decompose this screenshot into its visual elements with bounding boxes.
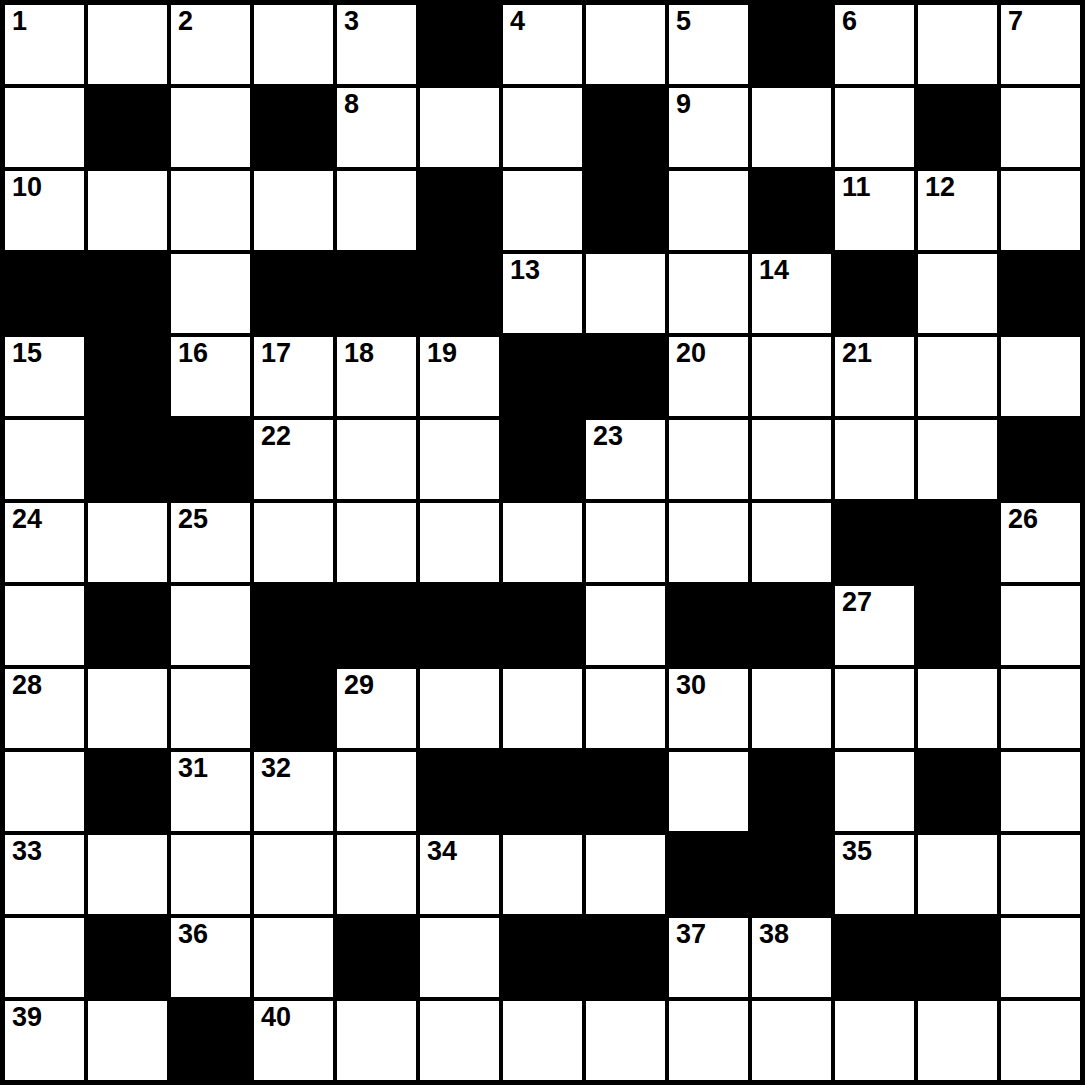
white-cell-r3c7[interactable] — [503, 171, 582, 250]
black-cell-r4c11 — [835, 254, 914, 333]
white-cell-r2c6[interactable] — [420, 88, 499, 167]
white-cell-r9c12[interactable] — [918, 669, 997, 748]
clue-number-28: 28 — [12, 672, 42, 699]
black-cell-r8c10 — [752, 586, 831, 665]
black-cell-r3c8 — [586, 171, 665, 250]
white-cell-r7c7[interactable] — [503, 503, 582, 582]
white-cell-r3c5[interactable] — [337, 171, 416, 250]
black-cell-r11c10 — [752, 835, 831, 914]
black-cell-r7c12 — [918, 503, 997, 582]
white-cell-r2c10[interactable] — [752, 88, 831, 167]
white-cell-r1c11[interactable]: 6 — [835, 5, 914, 84]
white-cell-r6c6[interactable] — [420, 420, 499, 499]
white-cell-r1c8[interactable] — [586, 5, 665, 84]
white-cell-r4c12[interactable] — [918, 254, 997, 333]
clue-number-3: 3 — [344, 8, 359, 35]
white-cell-r5c13[interactable] — [1001, 337, 1080, 416]
black-cell-r10c2 — [88, 752, 167, 831]
white-cell-r6c5[interactable] — [337, 420, 416, 499]
black-cell-r3c10 — [752, 171, 831, 250]
white-cell-r13c9[interactable] — [669, 1001, 748, 1080]
white-cell-r9c8[interactable] — [586, 669, 665, 748]
black-cell-r4c5 — [337, 254, 416, 333]
black-cell-r13c3 — [171, 1001, 250, 1080]
white-cell-r13c11[interactable] — [835, 1001, 914, 1080]
white-cell-r3c4[interactable] — [254, 171, 333, 250]
white-cell-r11c7[interactable] — [503, 835, 582, 914]
white-cell-r13c4[interactable]: 40 — [254, 1001, 333, 1080]
white-cell-r8c1[interactable] — [5, 586, 84, 665]
white-cell-r3c1[interactable]: 10 — [5, 171, 84, 250]
white-cell-r11c12[interactable] — [918, 835, 997, 914]
clue-number-37: 37 — [676, 921, 706, 948]
black-cell-r8c6 — [420, 586, 499, 665]
clue-number-25: 25 — [178, 506, 208, 533]
black-cell-r8c12 — [918, 586, 997, 665]
white-cell-r4c7[interactable]: 13 — [503, 254, 582, 333]
white-cell-r8c8[interactable] — [586, 586, 665, 665]
clue-number-20: 20 — [676, 340, 706, 367]
clue-number-29: 29 — [344, 672, 374, 699]
black-cell-r5c7 — [503, 337, 582, 416]
white-cell-r8c13[interactable] — [1001, 586, 1080, 665]
black-cell-r5c2 — [88, 337, 167, 416]
clue-number-21: 21 — [842, 340, 872, 367]
white-cell-r5c6[interactable]: 19 — [420, 337, 499, 416]
black-cell-r6c13 — [1001, 420, 1080, 499]
white-cell-r10c3[interactable]: 31 — [171, 752, 250, 831]
clue-number-10: 10 — [12, 174, 42, 201]
clue-number-39: 39 — [12, 1004, 42, 1031]
black-cell-r4c13 — [1001, 254, 1080, 333]
white-cell-r9c2[interactable] — [88, 669, 167, 748]
black-cell-r7c11 — [835, 503, 914, 582]
black-cell-r12c11 — [835, 918, 914, 997]
clue-number-22: 22 — [261, 423, 291, 450]
white-cell-r6c8[interactable]: 23 — [586, 420, 665, 499]
white-cell-r6c10[interactable] — [752, 420, 831, 499]
black-cell-r8c5 — [337, 586, 416, 665]
clue-number-15: 15 — [12, 340, 42, 367]
clue-number-5: 5 — [676, 8, 691, 35]
clue-number-23: 23 — [593, 423, 623, 450]
clue-number-8: 8 — [344, 91, 359, 118]
white-cell-r13c6[interactable] — [420, 1001, 499, 1080]
white-cell-r1c2[interactable] — [88, 5, 167, 84]
clue-number-1: 1 — [12, 8, 27, 35]
black-cell-r3c6 — [420, 171, 499, 250]
clue-number-38: 38 — [759, 921, 789, 948]
clue-number-14: 14 — [759, 257, 789, 284]
black-cell-r2c12 — [918, 88, 997, 167]
white-cell-r4c10[interactable]: 14 — [752, 254, 831, 333]
white-cell-r7c5[interactable] — [337, 503, 416, 582]
white-cell-r11c6[interactable]: 34 — [420, 835, 499, 914]
white-cell-r5c12[interactable] — [918, 337, 997, 416]
clue-number-27: 27 — [842, 589, 872, 616]
white-cell-r13c7[interactable] — [503, 1001, 582, 1080]
white-cell-r8c3[interactable] — [171, 586, 250, 665]
white-cell-r7c8[interactable] — [586, 503, 665, 582]
white-cell-r1c1[interactable]: 1 — [5, 5, 84, 84]
black-cell-r5c8 — [586, 337, 665, 416]
white-cell-r12c1[interactable] — [5, 918, 84, 997]
white-cell-r7c4[interactable] — [254, 503, 333, 582]
black-cell-r6c2 — [88, 420, 167, 499]
black-cell-r2c8 — [586, 88, 665, 167]
white-cell-r1c12[interactable] — [918, 5, 997, 84]
black-cell-r4c6 — [420, 254, 499, 333]
white-cell-r5c9[interactable]: 20 — [669, 337, 748, 416]
clue-number-36: 36 — [178, 921, 208, 948]
white-cell-r11c2[interactable] — [88, 835, 167, 914]
clue-number-6: 6 — [842, 8, 857, 35]
clue-number-26: 26 — [1008, 506, 1038, 533]
white-cell-r5c10[interactable] — [752, 337, 831, 416]
white-cell-r13c8[interactable] — [586, 1001, 665, 1080]
black-cell-r10c10 — [752, 752, 831, 831]
white-cell-r11c4[interactable] — [254, 835, 333, 914]
black-cell-r12c2 — [88, 918, 167, 997]
white-cell-r9c11[interactable] — [835, 669, 914, 748]
clue-number-7: 7 — [1008, 8, 1023, 35]
white-cell-r12c4[interactable] — [254, 918, 333, 997]
clue-number-13: 13 — [510, 257, 540, 284]
white-cell-r3c11[interactable]: 11 — [835, 171, 914, 250]
black-cell-r1c10 — [752, 5, 831, 84]
white-cell-r2c5[interactable]: 8 — [337, 88, 416, 167]
white-cell-r11c11[interactable]: 35 — [835, 835, 914, 914]
white-cell-r12c3[interactable]: 36 — [171, 918, 250, 997]
black-cell-r10c8 — [586, 752, 665, 831]
white-cell-r1c13[interactable]: 7 — [1001, 5, 1080, 84]
white-cell-r8c11[interactable]: 27 — [835, 586, 914, 665]
white-cell-r9c9[interactable]: 30 — [669, 669, 748, 748]
white-cell-r7c1[interactable]: 24 — [5, 503, 84, 582]
clue-number-18: 18 — [344, 340, 374, 367]
white-cell-r12c10[interactable]: 38 — [752, 918, 831, 997]
crossword-grid: 1234567891011121314151617181920212223242… — [0, 0, 1085, 1085]
white-cell-r11c5[interactable] — [337, 835, 416, 914]
clue-number-9: 9 — [676, 91, 691, 118]
white-cell-r5c3[interactable]: 16 — [171, 337, 250, 416]
clue-number-32: 32 — [261, 755, 291, 782]
white-cell-r13c12[interactable] — [918, 1001, 997, 1080]
clue-number-2: 2 — [178, 8, 193, 35]
white-cell-r13c13[interactable] — [1001, 1001, 1080, 1080]
white-cell-r11c1[interactable]: 33 — [5, 835, 84, 914]
white-cell-r13c1[interactable]: 39 — [5, 1001, 84, 1080]
white-cell-r6c4[interactable]: 22 — [254, 420, 333, 499]
clue-number-4: 4 — [510, 8, 525, 35]
white-cell-r7c2[interactable] — [88, 503, 167, 582]
black-cell-r8c9 — [669, 586, 748, 665]
white-cell-r12c6[interactable] — [420, 918, 499, 997]
white-cell-r10c5[interactable] — [337, 752, 416, 831]
black-cell-r6c3 — [171, 420, 250, 499]
clue-number-34: 34 — [427, 838, 457, 865]
white-cell-r10c1[interactable] — [5, 752, 84, 831]
white-cell-r11c13[interactable] — [1001, 835, 1080, 914]
black-cell-r4c4 — [254, 254, 333, 333]
clue-number-12: 12 — [925, 174, 955, 201]
clue-number-16: 16 — [178, 340, 208, 367]
white-cell-r3c2[interactable] — [88, 171, 167, 250]
clue-number-40: 40 — [261, 1004, 291, 1031]
black-cell-r10c7 — [503, 752, 582, 831]
clue-number-24: 24 — [12, 506, 42, 533]
white-cell-r12c9[interactable]: 37 — [669, 918, 748, 997]
white-cell-r1c4[interactable] — [254, 5, 333, 84]
white-cell-r12c13[interactable] — [1001, 918, 1080, 997]
black-cell-r8c7 — [503, 586, 582, 665]
white-cell-r9c6[interactable] — [420, 669, 499, 748]
white-cell-r9c7[interactable] — [503, 669, 582, 748]
white-cell-r6c9[interactable] — [669, 420, 748, 499]
white-cell-r3c12[interactable]: 12 — [918, 171, 997, 250]
black-cell-r4c2 — [88, 254, 167, 333]
white-cell-r2c9[interactable]: 9 — [669, 88, 748, 167]
white-cell-r9c3[interactable] — [171, 669, 250, 748]
white-cell-r11c8[interactable] — [586, 835, 665, 914]
white-cell-r2c1[interactable] — [5, 88, 84, 167]
white-cell-r5c5[interactable]: 18 — [337, 337, 416, 416]
white-cell-r5c1[interactable]: 15 — [5, 337, 84, 416]
clue-number-33: 33 — [12, 838, 42, 865]
white-cell-r7c10[interactable] — [752, 503, 831, 582]
white-cell-r3c3[interactable] — [171, 171, 250, 250]
black-cell-r8c4 — [254, 586, 333, 665]
black-cell-r2c4 — [254, 88, 333, 167]
black-cell-r12c7 — [503, 918, 582, 997]
black-cell-r8c2 — [88, 586, 167, 665]
white-cell-r9c13[interactable] — [1001, 669, 1080, 748]
clue-number-35: 35 — [842, 838, 872, 865]
white-cell-r13c2[interactable] — [88, 1001, 167, 1080]
black-cell-r11c9 — [669, 835, 748, 914]
white-cell-r5c4[interactable]: 17 — [254, 337, 333, 416]
white-cell-r10c11[interactable] — [835, 752, 914, 831]
white-cell-r6c12[interactable] — [918, 420, 997, 499]
white-cell-r3c13[interactable] — [1001, 171, 1080, 250]
white-cell-r13c10[interactable] — [752, 1001, 831, 1080]
white-cell-r6c11[interactable] — [835, 420, 914, 499]
white-cell-r2c3[interactable] — [171, 88, 250, 167]
black-cell-r12c8 — [586, 918, 665, 997]
white-cell-r13c5[interactable] — [337, 1001, 416, 1080]
black-cell-r12c12 — [918, 918, 997, 997]
black-cell-r2c2 — [88, 88, 167, 167]
white-cell-r4c9[interactable] — [669, 254, 748, 333]
white-cell-r9c1[interactable]: 28 — [5, 669, 84, 748]
clue-number-31: 31 — [178, 755, 208, 782]
clue-number-17: 17 — [261, 340, 291, 367]
white-cell-r10c4[interactable]: 32 — [254, 752, 333, 831]
white-cell-r1c5[interactable]: 3 — [337, 5, 416, 84]
white-cell-r9c10[interactable] — [752, 669, 831, 748]
white-cell-r5c11[interactable]: 21 — [835, 337, 914, 416]
white-cell-r2c11[interactable] — [835, 88, 914, 167]
white-cell-r7c13[interactable]: 26 — [1001, 503, 1080, 582]
white-cell-r1c3[interactable]: 2 — [171, 5, 250, 84]
white-cell-r2c13[interactable] — [1001, 88, 1080, 167]
black-cell-r1c6 — [420, 5, 499, 84]
white-cell-r4c3[interactable] — [171, 254, 250, 333]
white-cell-r10c9[interactable] — [669, 752, 748, 831]
black-cell-r6c7 — [503, 420, 582, 499]
black-cell-r10c6 — [420, 752, 499, 831]
white-cell-r4c8[interactable] — [586, 254, 665, 333]
white-cell-r9c5[interactable]: 29 — [337, 669, 416, 748]
white-cell-r1c9[interactable]: 5 — [669, 5, 748, 84]
black-cell-r12c5 — [337, 918, 416, 997]
black-cell-r10c12 — [918, 752, 997, 831]
white-cell-r3c9[interactable] — [669, 171, 748, 250]
white-cell-r6c1[interactable] — [5, 420, 84, 499]
white-cell-r7c6[interactable] — [420, 503, 499, 582]
white-cell-r11c3[interactable] — [171, 835, 250, 914]
clue-number-19: 19 — [427, 340, 457, 367]
white-cell-r10c13[interactable] — [1001, 752, 1080, 831]
white-cell-r2c7[interactable] — [503, 88, 582, 167]
black-cell-r9c4 — [254, 669, 333, 748]
black-cell-r4c1 — [5, 254, 84, 333]
white-cell-r1c7[interactable]: 4 — [503, 5, 582, 84]
white-cell-r7c3[interactable]: 25 — [171, 503, 250, 582]
clue-number-30: 30 — [676, 672, 706, 699]
clue-number-11: 11 — [842, 174, 871, 201]
white-cell-r7c9[interactable] — [669, 503, 748, 582]
